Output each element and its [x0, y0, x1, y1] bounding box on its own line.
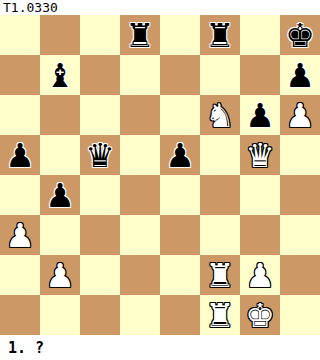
move-prompt-text: 1. ?: [8, 339, 44, 357]
square-e7[interactable]: [160, 55, 200, 95]
square-h2[interactable]: [280, 255, 320, 295]
square-g5[interactable]: ♛: [240, 135, 280, 175]
square-c5[interactable]: ♛: [80, 135, 120, 175]
piece-black-king[interactable]: ♚: [280, 15, 320, 55]
square-c6[interactable]: [80, 95, 120, 135]
square-d4[interactable]: [120, 175, 160, 215]
square-b7[interactable]: ♝: [40, 55, 80, 95]
square-h8[interactable]: ♚: [280, 15, 320, 55]
square-d6[interactable]: [120, 95, 160, 135]
square-d3[interactable]: [120, 215, 160, 255]
piece-black-pawn[interactable]: ♟: [280, 55, 320, 95]
piece-black-pawn[interactable]: ♟: [160, 135, 200, 175]
square-g8[interactable]: [240, 15, 280, 55]
square-e6[interactable]: [160, 95, 200, 135]
square-b2[interactable]: ♟: [40, 255, 80, 295]
square-d7[interactable]: [120, 55, 160, 95]
piece-white-pawn[interactable]: ♟: [280, 95, 320, 135]
piece-white-rook[interactable]: ♜: [200, 255, 240, 295]
square-g3[interactable]: [240, 215, 280, 255]
square-d2[interactable]: [120, 255, 160, 295]
piece-black-rook[interactable]: ♜: [200, 15, 240, 55]
square-d5[interactable]: [120, 135, 160, 175]
piece-white-pawn[interactable]: ♟: [240, 255, 280, 295]
square-f3[interactable]: [200, 215, 240, 255]
square-e4[interactable]: [160, 175, 200, 215]
piece-white-king[interactable]: ♚: [240, 295, 280, 335]
square-b3[interactable]: [40, 215, 80, 255]
square-d1[interactable]: [120, 295, 160, 335]
square-c7[interactable]: [80, 55, 120, 95]
square-g7[interactable]: [240, 55, 280, 95]
square-f6[interactable]: ♞: [200, 95, 240, 135]
square-f1[interactable]: ♜: [200, 295, 240, 335]
square-e2[interactable]: [160, 255, 200, 295]
square-a8[interactable]: [0, 15, 40, 55]
square-e3[interactable]: [160, 215, 200, 255]
square-f8[interactable]: ♜: [200, 15, 240, 55]
square-h4[interactable]: [280, 175, 320, 215]
square-h6[interactable]: ♟: [280, 95, 320, 135]
chess-board: ♜♜♚♝♟♞♟♟♟♛♟♛♟♟♟♜♟♜♚: [0, 15, 320, 335]
square-a1[interactable]: [0, 295, 40, 335]
move-prompt: 1. ?: [0, 335, 320, 360]
square-f5[interactable]: [200, 135, 240, 175]
puzzle-title: T1.0330: [0, 0, 320, 15]
square-h1[interactable]: [280, 295, 320, 335]
square-c3[interactable]: [80, 215, 120, 255]
square-g4[interactable]: [240, 175, 280, 215]
piece-white-pawn[interactable]: ♟: [0, 215, 40, 255]
square-a3[interactable]: ♟: [0, 215, 40, 255]
square-f4[interactable]: [200, 175, 240, 215]
puzzle-title-text: T1.0330: [3, 0, 58, 15]
square-a5[interactable]: ♟: [0, 135, 40, 175]
piece-black-pawn[interactable]: ♟: [240, 95, 280, 135]
piece-black-queen[interactable]: ♛: [80, 135, 120, 175]
square-a4[interactable]: [0, 175, 40, 215]
piece-white-queen[interactable]: ♛: [240, 135, 280, 175]
square-b4[interactable]: ♟: [40, 175, 80, 215]
square-c8[interactable]: [80, 15, 120, 55]
square-b8[interactable]: [40, 15, 80, 55]
piece-white-rook[interactable]: ♜: [200, 295, 240, 335]
square-e8[interactable]: [160, 15, 200, 55]
square-b5[interactable]: [40, 135, 80, 175]
square-c1[interactable]: [80, 295, 120, 335]
square-f7[interactable]: [200, 55, 240, 95]
square-f2[interactable]: ♜: [200, 255, 240, 295]
square-a2[interactable]: [0, 255, 40, 295]
square-g6[interactable]: ♟: [240, 95, 280, 135]
piece-black-pawn[interactable]: ♟: [0, 135, 40, 175]
piece-black-rook[interactable]: ♜: [120, 15, 160, 55]
square-c4[interactable]: [80, 175, 120, 215]
square-g2[interactable]: ♟: [240, 255, 280, 295]
square-g1[interactable]: ♚: [240, 295, 280, 335]
square-e1[interactable]: [160, 295, 200, 335]
square-b1[interactable]: [40, 295, 80, 335]
square-c2[interactable]: [80, 255, 120, 295]
square-h5[interactable]: [280, 135, 320, 175]
piece-black-pawn[interactable]: ♟: [40, 175, 80, 215]
square-a7[interactable]: [0, 55, 40, 95]
square-a6[interactable]: [0, 95, 40, 135]
piece-white-pawn[interactable]: ♟: [40, 255, 80, 295]
piece-black-bishop[interactable]: ♝: [40, 55, 80, 95]
piece-white-knight[interactable]: ♞: [200, 95, 240, 135]
square-b6[interactable]: [40, 95, 80, 135]
square-h7[interactable]: ♟: [280, 55, 320, 95]
square-h3[interactable]: [280, 215, 320, 255]
square-e5[interactable]: ♟: [160, 135, 200, 175]
square-d8[interactable]: ♜: [120, 15, 160, 55]
